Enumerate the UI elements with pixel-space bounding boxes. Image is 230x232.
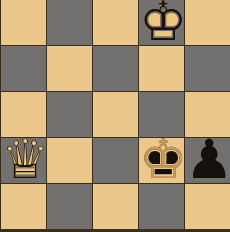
black-pawn-piece[interactable]: ♟ <box>185 138 230 183</box>
square-r3c1[interactable] <box>46 138 92 184</box>
white-king-outline-glyph: ♔ <box>139 0 184 49</box>
square-r0c1[interactable] <box>46 0 92 46</box>
square-r4c1[interactable] <box>46 184 92 230</box>
black-pawn-fill-glyph: ♟ <box>185 133 230 187</box>
square-r0c0[interactable] <box>0 0 46 46</box>
square-r1c1[interactable] <box>46 46 92 92</box>
black-king-outline-glyph: ♔ <box>139 133 184 187</box>
square-r1c4[interactable] <box>184 46 230 92</box>
white-queen-piece[interactable]: ♛♕ <box>1 138 46 183</box>
square-r1c3[interactable] <box>138 46 184 92</box>
square-r0c4[interactable] <box>184 0 230 46</box>
chess-board-grid: ♚♔♛♕♚♔♟ <box>0 0 230 230</box>
black-king-piece[interactable]: ♚♔ <box>139 138 184 183</box>
square-r4c0[interactable] <box>0 184 46 230</box>
square-r0c3[interactable]: ♚♔ <box>138 0 184 46</box>
square-r2c2[interactable] <box>92 92 138 138</box>
square-r3c2[interactable] <box>92 138 138 184</box>
square-r3c0[interactable]: ♛♕ <box>0 138 46 184</box>
white-queen-outline-glyph: ♕ <box>1 133 46 187</box>
square-r0c2[interactable] <box>92 0 138 46</box>
square-r4c3[interactable] <box>138 184 184 230</box>
square-r4c2[interactable] <box>92 184 138 230</box>
white-king-piece[interactable]: ♚♔ <box>139 0 184 45</box>
square-r1c2[interactable] <box>92 46 138 92</box>
square-r3c3[interactable]: ♚♔ <box>138 138 184 184</box>
chess-board: ♚♔♛♕♚♔♟ <box>0 0 230 232</box>
square-r3c4[interactable]: ♟ <box>184 138 230 184</box>
square-r1c0[interactable] <box>0 46 46 92</box>
square-r4c4[interactable] <box>184 184 230 230</box>
square-r2c1[interactable] <box>46 92 92 138</box>
